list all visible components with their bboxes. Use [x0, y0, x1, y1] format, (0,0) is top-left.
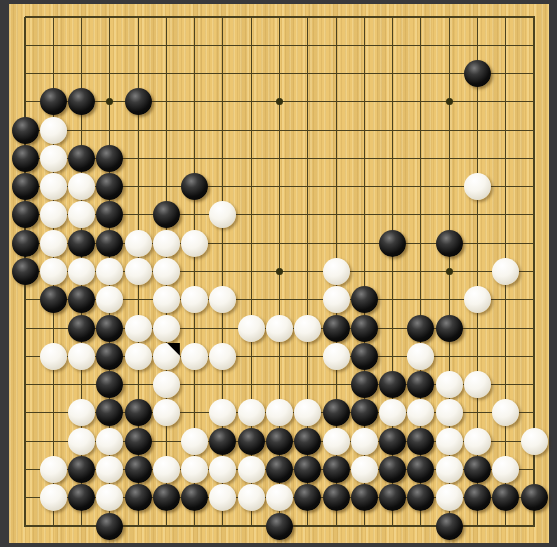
white-stone: [436, 371, 463, 398]
white-stone: [464, 371, 491, 398]
white-stone: [68, 173, 95, 200]
black-stone: [68, 456, 95, 483]
grid-line-horizontal: [25, 73, 535, 74]
black-stone: [323, 484, 350, 511]
white-stone: [40, 343, 67, 370]
black-stone: [96, 315, 123, 342]
black-stone: [436, 513, 463, 540]
black-stone: [351, 343, 378, 370]
white-stone: [209, 484, 236, 511]
white-stone: [68, 258, 95, 285]
black-stone: [492, 484, 519, 511]
white-stone: [238, 484, 265, 511]
white-stone: [351, 428, 378, 455]
white-stone: [153, 315, 180, 342]
white-stone: [68, 428, 95, 455]
black-stone: [209, 428, 236, 455]
black-stone: [266, 456, 293, 483]
black-stone: [153, 484, 180, 511]
black-stone: [407, 315, 434, 342]
white-stone: [181, 286, 208, 313]
white-stone: [96, 484, 123, 511]
white-stone: [68, 399, 95, 426]
black-stone: [294, 484, 321, 511]
black-stone: [351, 315, 378, 342]
black-stone: [40, 88, 67, 115]
black-stone: [238, 428, 265, 455]
black-stone: [379, 456, 406, 483]
black-stone: [266, 428, 293, 455]
black-stone: [379, 484, 406, 511]
black-stone: [96, 173, 123, 200]
white-stone: [181, 230, 208, 257]
white-stone: [464, 428, 491, 455]
white-stone: [125, 230, 152, 257]
black-stone: [96, 145, 123, 172]
white-stone: [209, 456, 236, 483]
black-stone: [436, 230, 463, 257]
white-stone: [238, 315, 265, 342]
star-point: [446, 268, 453, 275]
grid-line-horizontal: [25, 16, 535, 18]
white-stone: [153, 456, 180, 483]
white-stone: [68, 343, 95, 370]
white-stone: [294, 315, 321, 342]
white-stone: [209, 343, 236, 370]
white-stone: [125, 315, 152, 342]
black-stone: [96, 371, 123, 398]
white-stone: [209, 286, 236, 313]
black-stone: [12, 145, 39, 172]
star-point: [276, 98, 283, 105]
black-stone: [125, 456, 152, 483]
white-stone: [125, 343, 152, 370]
white-stone: [323, 343, 350, 370]
black-stone: [68, 315, 95, 342]
black-stone: [351, 399, 378, 426]
white-stone: [153, 399, 180, 426]
black-stone: [96, 343, 123, 370]
black-stone: [96, 230, 123, 257]
white-stone-marked: [153, 343, 180, 370]
black-stone: [96, 513, 123, 540]
black-stone: [68, 88, 95, 115]
white-stone: [492, 456, 519, 483]
white-stone: [96, 428, 123, 455]
white-stone: [266, 484, 293, 511]
black-stone: [379, 428, 406, 455]
white-stone: [181, 428, 208, 455]
white-stone: [153, 286, 180, 313]
star-point: [106, 98, 113, 105]
black-stone: [68, 286, 95, 313]
black-stone: [68, 145, 95, 172]
black-stone: [96, 399, 123, 426]
white-stone: [323, 428, 350, 455]
white-stone: [351, 456, 378, 483]
white-stone: [521, 428, 548, 455]
black-stone: [12, 230, 39, 257]
white-stone: [209, 201, 236, 228]
black-stone: [351, 484, 378, 511]
black-stone: [12, 173, 39, 200]
white-stone: [181, 343, 208, 370]
white-stone: [492, 258, 519, 285]
black-stone: [521, 484, 548, 511]
white-stone: [464, 173, 491, 200]
white-stone: [181, 456, 208, 483]
black-stone: [125, 484, 152, 511]
black-stone: [125, 399, 152, 426]
white-stone: [492, 399, 519, 426]
black-stone: [68, 484, 95, 511]
white-stone: [238, 456, 265, 483]
black-stone: [294, 456, 321, 483]
black-stone: [125, 88, 152, 115]
black-stone: [323, 315, 350, 342]
white-stone: [379, 399, 406, 426]
white-stone: [40, 117, 67, 144]
black-stone: [407, 484, 434, 511]
black-stone: [407, 428, 434, 455]
star-point: [276, 268, 283, 275]
black-stone: [12, 117, 39, 144]
black-stone: [407, 456, 434, 483]
black-stone: [12, 258, 39, 285]
grid-line-horizontal: [25, 45, 535, 46]
white-stone: [68, 201, 95, 228]
black-stone: [266, 513, 293, 540]
white-stone: [40, 258, 67, 285]
go-app-screenshot: [0, 0, 557, 547]
grid-line-horizontal: [25, 130, 535, 131]
white-stone: [153, 230, 180, 257]
black-stone: [323, 456, 350, 483]
black-stone: [153, 201, 180, 228]
white-stone: [266, 399, 293, 426]
white-stone: [323, 286, 350, 313]
black-stone: [436, 315, 463, 342]
white-stone: [96, 258, 123, 285]
white-stone: [238, 399, 265, 426]
white-stone: [96, 456, 123, 483]
black-stone: [181, 173, 208, 200]
goban-wood: [9, 4, 549, 543]
white-stone: [40, 230, 67, 257]
black-stone: [294, 428, 321, 455]
white-stone: [40, 173, 67, 200]
white-stone: [40, 145, 67, 172]
white-stone: [323, 258, 350, 285]
black-stone: [96, 201, 123, 228]
black-stone: [125, 428, 152, 455]
white-stone: [209, 399, 236, 426]
black-stone: [351, 371, 378, 398]
black-stone: [181, 484, 208, 511]
white-stone: [464, 286, 491, 313]
white-stone: [436, 428, 463, 455]
white-stone: [436, 456, 463, 483]
black-stone: [351, 286, 378, 313]
black-stone: [68, 230, 95, 257]
white-stone: [436, 399, 463, 426]
black-stone: [407, 371, 434, 398]
black-stone: [323, 399, 350, 426]
white-stone: [436, 484, 463, 511]
white-stone: [294, 399, 321, 426]
white-stone: [40, 456, 67, 483]
black-stone: [12, 201, 39, 228]
black-stone: [40, 286, 67, 313]
triangle-marker-icon: [167, 343, 180, 356]
star-point: [446, 98, 453, 105]
white-stone: [153, 371, 180, 398]
white-stone: [153, 258, 180, 285]
white-stone: [40, 201, 67, 228]
black-stone: [379, 371, 406, 398]
black-stone: [464, 60, 491, 87]
white-stone: [407, 399, 434, 426]
black-stone: [464, 456, 491, 483]
go-board[interactable]: [25, 17, 535, 527]
white-stone: [96, 286, 123, 313]
white-stone: [266, 315, 293, 342]
white-stone: [125, 258, 152, 285]
white-stone: [407, 343, 434, 370]
white-stone: [40, 484, 67, 511]
black-stone: [464, 484, 491, 511]
black-stone: [379, 230, 406, 257]
